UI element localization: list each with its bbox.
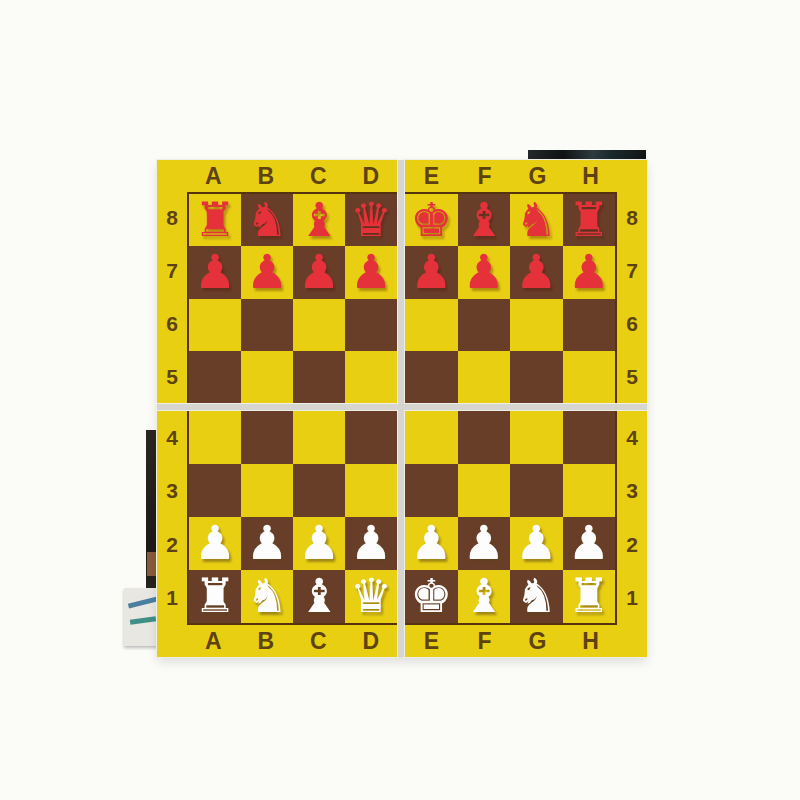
red-pawn[interactable]: ♟ (568, 248, 610, 295)
red-pawn[interactable]: ♟ (410, 248, 452, 295)
file-label: B (240, 625, 293, 657)
white-queen[interactable]: ♛ (350, 572, 392, 619)
square-c1[interactable]: ♝ (293, 570, 345, 623)
board-panel-bottom-left: ABCD4321♟♟♟♟♜♞♝♛ (157, 411, 397, 657)
square-f2[interactable]: ♟ (458, 517, 511, 570)
white-pawn[interactable]: ♟ (463, 519, 505, 566)
squares-grid: ♟♟♟♟♚♝♞♜ (405, 411, 617, 625)
white-bishop[interactable]: ♝ (463, 572, 505, 619)
square-d6[interactable] (345, 299, 397, 351)
square-h6[interactable] (563, 299, 616, 351)
square-d8[interactable]: ♛ (345, 194, 397, 246)
square-c6[interactable] (293, 299, 345, 351)
red-pawn[interactable]: ♟ (463, 248, 505, 295)
square-g5[interactable] (510, 351, 563, 403)
square-b2[interactable]: ♟ (241, 517, 293, 570)
red-pawn[interactable]: ♟ (298, 248, 340, 295)
white-rook[interactable]: ♜ (568, 572, 610, 619)
file-labels-bottom: EFGH (405, 625, 617, 657)
square-e7[interactable]: ♟ (405, 246, 458, 298)
square-g8[interactable]: ♞ (510, 194, 563, 246)
square-h4[interactable] (563, 411, 616, 464)
white-pawn[interactable]: ♟ (515, 519, 557, 566)
red-knight[interactable]: ♞ (515, 196, 557, 243)
file-label: E (405, 625, 458, 657)
square-g2[interactable]: ♟ (510, 517, 563, 570)
red-bishop[interactable]: ♝ (298, 196, 340, 243)
white-pawn[interactable]: ♟ (350, 519, 392, 566)
rank-label: 8 (157, 192, 187, 245)
white-king[interactable]: ♚ (410, 572, 452, 619)
square-h7[interactable]: ♟ (563, 246, 616, 298)
rank-label: 1 (617, 572, 647, 626)
square-f1[interactable]: ♝ (458, 570, 511, 623)
square-e8[interactable]: ♚ (405, 194, 458, 246)
square-a4[interactable] (189, 411, 241, 464)
white-pawn[interactable]: ♟ (298, 519, 340, 566)
file-label: A (187, 160, 240, 192)
square-c3[interactable] (293, 464, 345, 517)
red-rook[interactable]: ♜ (568, 196, 610, 243)
square-g7[interactable]: ♟ (510, 246, 563, 298)
file-label: G (511, 160, 564, 192)
square-d5[interactable] (345, 351, 397, 403)
square-f8[interactable]: ♝ (458, 194, 511, 246)
square-e4[interactable] (405, 411, 458, 464)
white-knight[interactable]: ♞ (515, 572, 557, 619)
rank-label: 6 (617, 298, 647, 351)
rank-label: 8 (617, 192, 647, 245)
board-panel-top-left: ABCD8765♜♞♝♛♟♟♟♟ (157, 160, 397, 403)
red-pawn[interactable]: ♟ (194, 248, 236, 295)
square-e5[interactable] (405, 351, 458, 403)
file-label: E (405, 160, 458, 192)
board-assembly: ABCD8765♜♞♝♛♟♟♟♟EFGH8765♚♝♞♜♟♟♟♟ABCD4321… (157, 160, 647, 657)
square-b8[interactable]: ♞ (241, 194, 293, 246)
white-pawn[interactable]: ♟ (246, 519, 288, 566)
red-rook[interactable]: ♜ (194, 196, 236, 243)
square-f4[interactable] (458, 411, 511, 464)
rank-label: 4 (157, 411, 187, 465)
file-label: H (564, 625, 617, 657)
red-king[interactable]: ♚ (410, 196, 452, 243)
red-bishop[interactable]: ♝ (463, 196, 505, 243)
file-labels-top: EFGH (405, 160, 617, 192)
squares-grid: ♚♝♞♜♟♟♟♟ (405, 192, 617, 403)
white-bishop[interactable]: ♝ (298, 572, 340, 619)
square-b5[interactable] (241, 351, 293, 403)
square-a1[interactable]: ♜ (189, 570, 241, 623)
rank-labels-left: 8765 (157, 192, 187, 403)
square-h3[interactable] (563, 464, 616, 517)
square-b1[interactable]: ♞ (241, 570, 293, 623)
file-label: F (458, 160, 511, 192)
square-c4[interactable] (293, 411, 345, 464)
square-c8[interactable]: ♝ (293, 194, 345, 246)
square-d1[interactable]: ♛ (345, 570, 397, 623)
rank-labels-right: 4321 (617, 411, 647, 625)
square-h5[interactable] (563, 351, 616, 403)
file-label: C (292, 160, 345, 192)
square-c2[interactable]: ♟ (293, 517, 345, 570)
rank-label: 4 (617, 411, 647, 465)
red-pawn[interactable]: ♟ (515, 248, 557, 295)
board-panel-bottom-right: EFGH4321♟♟♟♟♚♝♞♜ (405, 411, 647, 657)
white-pawn[interactable]: ♟ (410, 519, 452, 566)
square-e6[interactable] (405, 299, 458, 351)
square-b4[interactable] (241, 411, 293, 464)
white-pawn[interactable]: ♟ (194, 519, 236, 566)
squares-grid: ♟♟♟♟♜♞♝♛ (187, 411, 397, 625)
square-c5[interactable] (293, 351, 345, 403)
red-knight[interactable]: ♞ (246, 196, 288, 243)
square-f3[interactable] (458, 464, 511, 517)
file-label: G (511, 625, 564, 657)
rank-label: 3 (617, 465, 647, 519)
red-queen[interactable]: ♛ (350, 196, 392, 243)
file-label: A (187, 625, 240, 657)
rank-label: 1 (157, 572, 187, 626)
rank-label: 5 (617, 350, 647, 403)
rank-label: 3 (157, 465, 187, 519)
square-b7[interactable]: ♟ (241, 246, 293, 298)
white-knight[interactable]: ♞ (246, 572, 288, 619)
square-a2[interactable]: ♟ (189, 517, 241, 570)
white-pawn[interactable]: ♟ (568, 519, 610, 566)
square-g1[interactable]: ♞ (510, 570, 563, 623)
square-a6[interactable] (189, 299, 241, 351)
square-h2[interactable]: ♟ (563, 517, 616, 570)
file-labels-bottom: ABCD (187, 625, 397, 657)
rank-label: 7 (617, 245, 647, 298)
square-g6[interactable] (510, 299, 563, 351)
rank-label: 2 (617, 518, 647, 572)
square-f6[interactable] (458, 299, 511, 351)
square-c7[interactable]: ♟ (293, 246, 345, 298)
square-e1[interactable]: ♚ (405, 570, 458, 623)
rank-label: 5 (157, 350, 187, 403)
file-labels-top: ABCD (187, 160, 397, 192)
square-h1[interactable]: ♜ (563, 570, 616, 623)
square-h8[interactable]: ♜ (563, 194, 616, 246)
square-b6[interactable] (241, 299, 293, 351)
file-label: C (292, 625, 345, 657)
file-label: D (345, 625, 398, 657)
square-g3[interactable] (510, 464, 563, 517)
file-label: D (345, 160, 398, 192)
square-d2[interactable]: ♟ (345, 517, 397, 570)
square-d3[interactable] (345, 464, 397, 517)
file-label: B (240, 160, 293, 192)
square-a5[interactable] (189, 351, 241, 403)
square-g4[interactable] (510, 411, 563, 464)
square-a8[interactable]: ♜ (189, 194, 241, 246)
board-panel-top-right: EFGH8765♚♝♞♜♟♟♟♟ (405, 160, 647, 403)
squares-grid: ♜♞♝♛♟♟♟♟ (187, 192, 397, 403)
red-pawn[interactable]: ♟ (246, 248, 288, 295)
rank-labels-right: 8765 (617, 192, 647, 403)
square-e2[interactable]: ♟ (405, 517, 458, 570)
white-rook[interactable]: ♜ (194, 572, 236, 619)
square-b3[interactable] (241, 464, 293, 517)
photo-scene: ABCD8765♜♞♝♛♟♟♟♟EFGH8765♚♝♞♜♟♟♟♟ABCD4321… (0, 0, 800, 800)
square-d7[interactable]: ♟ (345, 246, 397, 298)
square-a3[interactable] (189, 464, 241, 517)
square-f7[interactable]: ♟ (458, 246, 511, 298)
rank-label: 6 (157, 298, 187, 351)
file-label: F (458, 625, 511, 657)
square-d4[interactable] (345, 411, 397, 464)
square-f5[interactable] (458, 351, 511, 403)
rank-label: 2 (157, 518, 187, 572)
square-a7[interactable]: ♟ (189, 246, 241, 298)
file-label: H (564, 160, 617, 192)
rank-labels-left: 4321 (157, 411, 187, 625)
red-pawn[interactable]: ♟ (350, 248, 392, 295)
square-e3[interactable] (405, 464, 458, 517)
rank-label: 7 (157, 245, 187, 298)
